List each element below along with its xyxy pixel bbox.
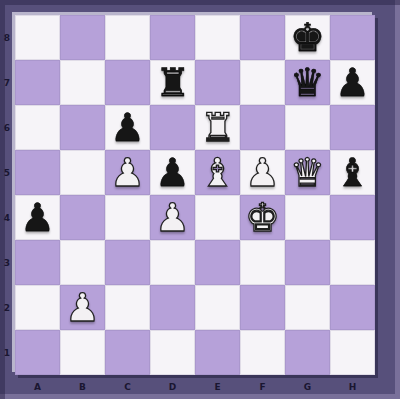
piece-black-king[interactable]: ♚ bbox=[290, 15, 325, 60]
square-c4[interactable] bbox=[105, 195, 150, 240]
square-e4[interactable] bbox=[195, 195, 240, 240]
rank-label-7: 7 bbox=[0, 60, 14, 105]
file-label-c: C bbox=[105, 375, 150, 397]
square-e6[interactable]: ♜ bbox=[195, 105, 240, 150]
square-c7[interactable] bbox=[105, 60, 150, 105]
rank-label-8: 8 bbox=[0, 15, 14, 60]
piece-white-bishop[interactable]: ♝ bbox=[200, 150, 235, 195]
piece-white-pawn[interactable]: ♟ bbox=[155, 195, 190, 240]
square-f2[interactable] bbox=[240, 285, 285, 330]
rank-labels: 87654321 bbox=[0, 15, 15, 375]
square-c1[interactable] bbox=[105, 330, 150, 375]
piece-black-pawn[interactable]: ♟ bbox=[20, 195, 55, 240]
square-a5[interactable] bbox=[15, 150, 60, 195]
rank-label-4: 4 bbox=[0, 195, 14, 240]
piece-white-pawn[interactable]: ♟ bbox=[245, 150, 280, 195]
square-c2[interactable] bbox=[105, 285, 150, 330]
square-b3[interactable] bbox=[60, 240, 105, 285]
square-f5[interactable]: ♟ bbox=[240, 150, 285, 195]
square-g1[interactable] bbox=[285, 330, 330, 375]
square-d4[interactable]: ♟ bbox=[150, 195, 195, 240]
square-d6[interactable] bbox=[150, 105, 195, 150]
square-h8[interactable] bbox=[330, 15, 375, 60]
square-d3[interactable] bbox=[150, 240, 195, 285]
square-g8[interactable]: ♚ bbox=[285, 15, 330, 60]
piece-white-king[interactable]: ♚ bbox=[245, 195, 280, 240]
square-h5[interactable]: ♝ bbox=[330, 150, 375, 195]
rank-label-5: 5 bbox=[0, 150, 14, 195]
chess-board-frame: ♚♜♛♟♟♜♟♟♝♟♛♝♟♟♚♟ 87654321 ABCDEFGH bbox=[0, 0, 400, 399]
file-labels: ABCDEFGH bbox=[15, 375, 375, 399]
square-d5[interactable]: ♟ bbox=[150, 150, 195, 195]
square-e5[interactable]: ♝ bbox=[195, 150, 240, 195]
square-e8[interactable] bbox=[195, 15, 240, 60]
square-d1[interactable] bbox=[150, 330, 195, 375]
square-c6[interactable]: ♟ bbox=[105, 105, 150, 150]
square-a7[interactable] bbox=[15, 60, 60, 105]
square-f1[interactable] bbox=[240, 330, 285, 375]
file-label-h: H bbox=[330, 375, 375, 397]
square-g7[interactable]: ♛ bbox=[285, 60, 330, 105]
piece-black-bishop[interactable]: ♝ bbox=[335, 150, 370, 195]
file-label-a: A bbox=[15, 375, 60, 397]
square-a3[interactable] bbox=[15, 240, 60, 285]
square-b6[interactable] bbox=[60, 105, 105, 150]
square-d2[interactable] bbox=[150, 285, 195, 330]
square-c8[interactable] bbox=[105, 15, 150, 60]
piece-white-pawn[interactable]: ♟ bbox=[110, 150, 145, 195]
square-h6[interactable] bbox=[330, 105, 375, 150]
square-a4[interactable]: ♟ bbox=[15, 195, 60, 240]
square-f7[interactable] bbox=[240, 60, 285, 105]
rank-label-6: 6 bbox=[0, 105, 14, 150]
file-label-e: E bbox=[195, 375, 240, 397]
square-f8[interactable] bbox=[240, 15, 285, 60]
square-f4[interactable]: ♚ bbox=[240, 195, 285, 240]
square-b4[interactable] bbox=[60, 195, 105, 240]
square-c3[interactable] bbox=[105, 240, 150, 285]
square-e3[interactable] bbox=[195, 240, 240, 285]
square-g4[interactable] bbox=[285, 195, 330, 240]
square-b2[interactable]: ♟ bbox=[60, 285, 105, 330]
square-b8[interactable] bbox=[60, 15, 105, 60]
piece-black-queen[interactable]: ♛ bbox=[290, 60, 325, 105]
square-d8[interactable] bbox=[150, 15, 195, 60]
file-label-d: D bbox=[150, 375, 195, 397]
square-a8[interactable] bbox=[15, 15, 60, 60]
piece-black-pawn[interactable]: ♟ bbox=[155, 150, 190, 195]
rank-label-3: 3 bbox=[0, 240, 14, 285]
square-h4[interactable] bbox=[330, 195, 375, 240]
square-b7[interactable] bbox=[60, 60, 105, 105]
rank-label-1: 1 bbox=[0, 330, 14, 375]
file-label-g: G bbox=[285, 375, 330, 397]
square-a6[interactable] bbox=[15, 105, 60, 150]
square-a2[interactable] bbox=[15, 285, 60, 330]
square-b1[interactable] bbox=[60, 330, 105, 375]
square-e1[interactable] bbox=[195, 330, 240, 375]
square-e7[interactable] bbox=[195, 60, 240, 105]
square-g5[interactable]: ♛ bbox=[285, 150, 330, 195]
piece-white-rook[interactable]: ♜ bbox=[200, 105, 235, 150]
piece-white-pawn[interactable]: ♟ bbox=[65, 285, 100, 330]
square-g3[interactable] bbox=[285, 240, 330, 285]
square-c5[interactable]: ♟ bbox=[105, 150, 150, 195]
board-grid: ♚♜♛♟♟♜♟♟♝♟♛♝♟♟♚♟ bbox=[15, 15, 375, 375]
square-h1[interactable] bbox=[330, 330, 375, 375]
file-label-b: B bbox=[60, 375, 105, 397]
square-f3[interactable] bbox=[240, 240, 285, 285]
square-h7[interactable]: ♟ bbox=[330, 60, 375, 105]
square-d7[interactable]: ♜ bbox=[150, 60, 195, 105]
square-h2[interactable] bbox=[330, 285, 375, 330]
square-g6[interactable] bbox=[285, 105, 330, 150]
square-e2[interactable] bbox=[195, 285, 240, 330]
square-b5[interactable] bbox=[60, 150, 105, 195]
rank-label-2: 2 bbox=[0, 285, 14, 330]
piece-black-pawn[interactable]: ♟ bbox=[335, 60, 370, 105]
square-g2[interactable] bbox=[285, 285, 330, 330]
square-a1[interactable] bbox=[15, 330, 60, 375]
piece-black-rook[interactable]: ♜ bbox=[155, 60, 190, 105]
file-label-f: F bbox=[240, 375, 285, 397]
square-h3[interactable] bbox=[330, 240, 375, 285]
piece-white-queen[interactable]: ♛ bbox=[290, 150, 325, 195]
square-f6[interactable] bbox=[240, 105, 285, 150]
piece-black-pawn[interactable]: ♟ bbox=[110, 105, 145, 150]
